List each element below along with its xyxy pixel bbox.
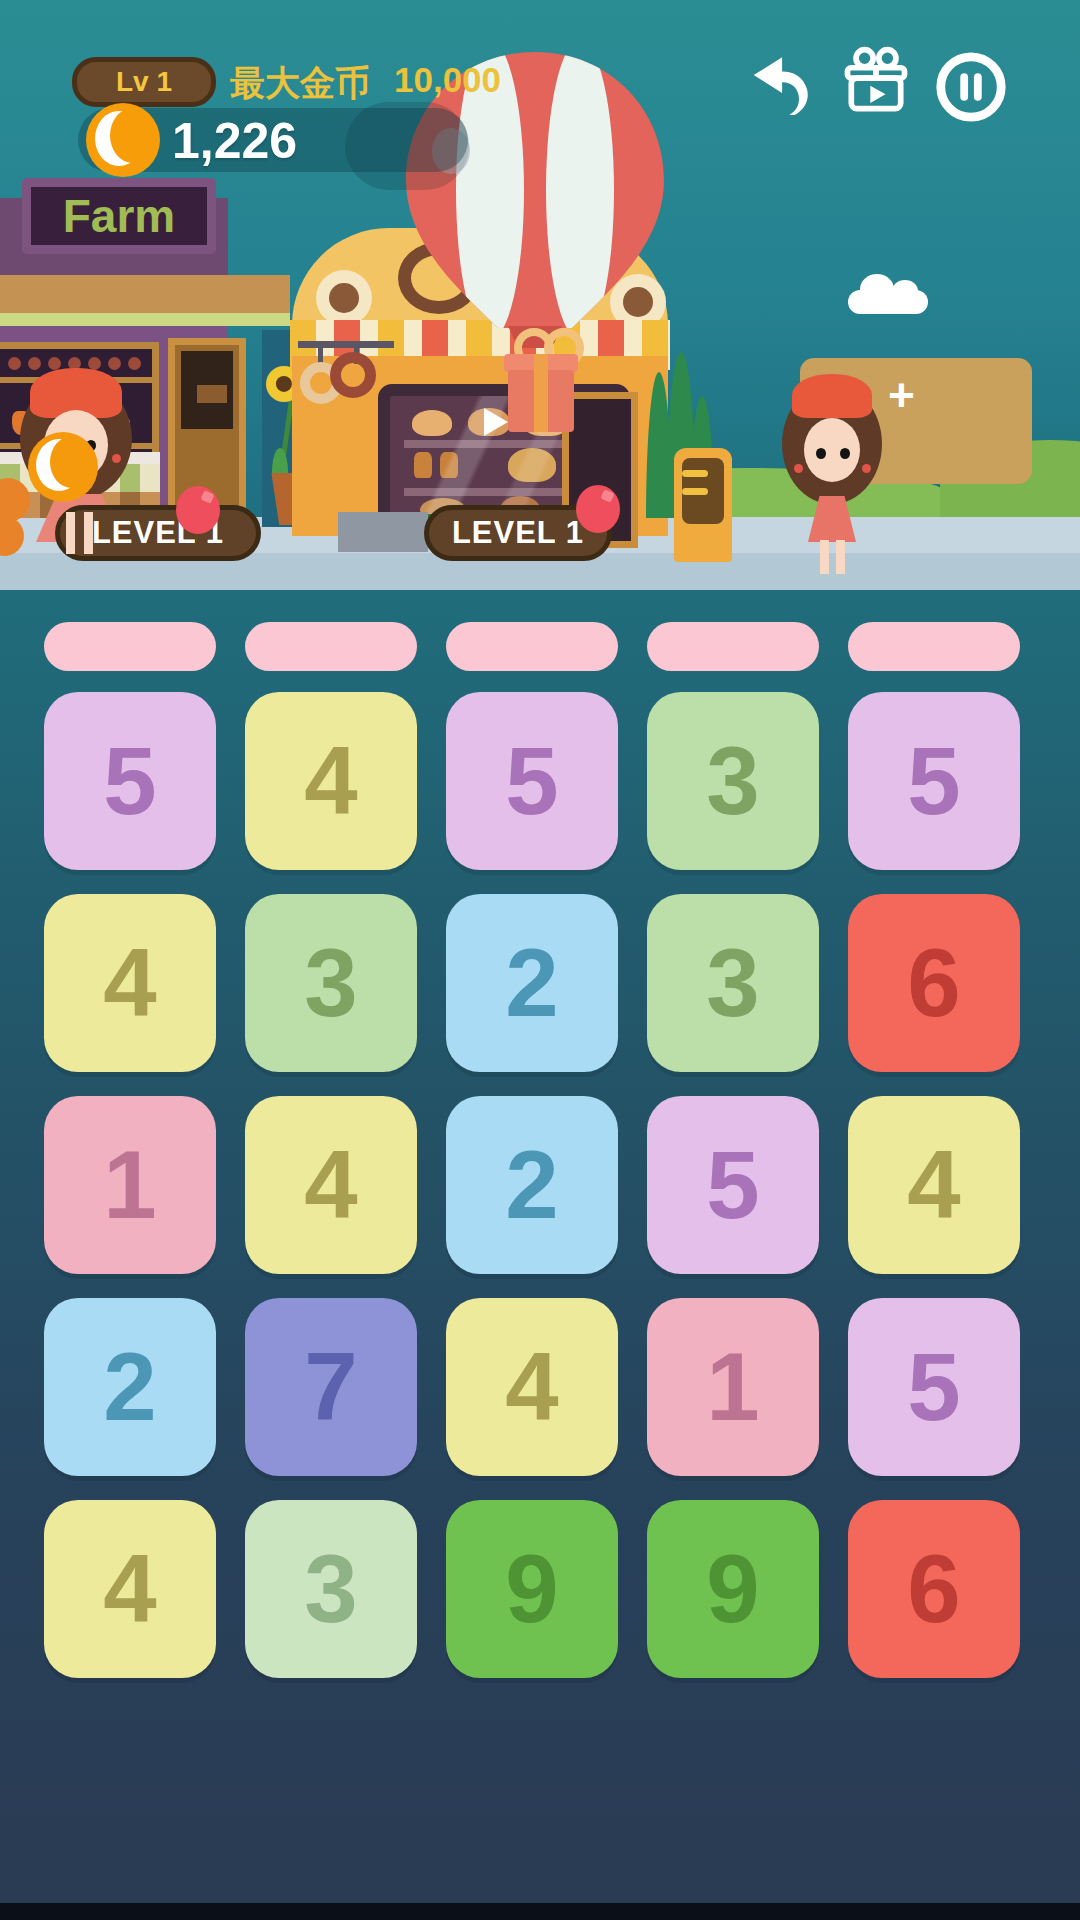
board-grid: 5453543236142542741543996 xyxy=(44,692,1020,1678)
tile-3[interactable]: 3 xyxy=(647,894,819,1072)
max-coin-value: 10,000 xyxy=(394,60,501,107)
tile-4[interactable]: 4 xyxy=(245,692,417,870)
level-badge-right-label: LEVEL 1 xyxy=(452,515,584,551)
tile-5[interactable]: 5 xyxy=(647,1096,819,1274)
girl-left-legs xyxy=(0,0,130,600)
tile-2[interactable]: 2 xyxy=(44,1298,216,1476)
girl-right xyxy=(782,372,882,564)
tile-1[interactable]: 1 xyxy=(647,1298,819,1476)
slot-indicator xyxy=(446,622,618,671)
tile-2[interactable]: 2 xyxy=(446,894,618,1072)
cloud xyxy=(848,290,928,314)
tile-5[interactable]: 5 xyxy=(44,692,216,870)
slot-indicator xyxy=(647,622,819,671)
gift-box[interactable] xyxy=(504,328,578,434)
plus-sign: + xyxy=(888,368,915,422)
tile-6[interactable]: 6 xyxy=(848,894,1020,1072)
door-panel xyxy=(197,385,227,403)
tile-5[interactable]: 5 xyxy=(446,692,618,870)
gift-ribbon xyxy=(534,354,548,432)
tile-7[interactable]: 7 xyxy=(245,1298,417,1476)
tile-4[interactable]: 4 xyxy=(245,1096,417,1274)
slot-indicator xyxy=(848,622,1020,671)
tile-5[interactable]: 5 xyxy=(848,692,1020,870)
ad-gift-icon[interactable] xyxy=(838,44,914,120)
slots-row xyxy=(44,622,1020,671)
tile-3[interactable]: 3 xyxy=(245,1500,417,1678)
tile-4[interactable]: 4 xyxy=(446,1298,618,1476)
menu-line xyxy=(682,470,708,477)
undo-icon[interactable] xyxy=(742,52,808,116)
red-balloon-right xyxy=(576,485,620,533)
tile-4[interactable]: 4 xyxy=(44,1500,216,1678)
bakery-step xyxy=(338,512,428,552)
coin-count: 1,226 xyxy=(172,112,297,170)
menu-line xyxy=(682,488,708,495)
tile-9[interactable]: 9 xyxy=(446,1500,618,1678)
tile-4[interactable]: 4 xyxy=(44,894,216,1072)
roof-window xyxy=(316,270,372,326)
tile-6[interactable]: 6 xyxy=(848,1500,1020,1678)
bottom-bar xyxy=(0,1903,1080,1920)
slot-indicator xyxy=(44,622,216,671)
pretzel-sign-pole xyxy=(298,341,394,348)
door-window xyxy=(181,351,233,429)
menu-stand xyxy=(674,448,732,562)
tile-3[interactable]: 3 xyxy=(245,894,417,1072)
tile-5[interactable]: 5 xyxy=(848,1298,1020,1476)
tile-2[interactable]: 2 xyxy=(446,1096,618,1274)
tile-9[interactable]: 9 xyxy=(647,1500,819,1678)
tile-3[interactable]: 3 xyxy=(647,692,819,870)
play-triangle-icon[interactable] xyxy=(484,408,508,436)
pretzel xyxy=(330,352,376,398)
tile-4[interactable]: 4 xyxy=(848,1096,1020,1274)
red-balloon-left xyxy=(176,486,220,534)
max-coin-label: 最大金币 xyxy=(230,60,370,107)
tile-1[interactable]: 1 xyxy=(44,1096,216,1274)
slot-indicator xyxy=(245,622,417,671)
pause-icon[interactable] xyxy=(932,48,1010,126)
max-coin: 最大金币 10,000 xyxy=(230,60,501,107)
